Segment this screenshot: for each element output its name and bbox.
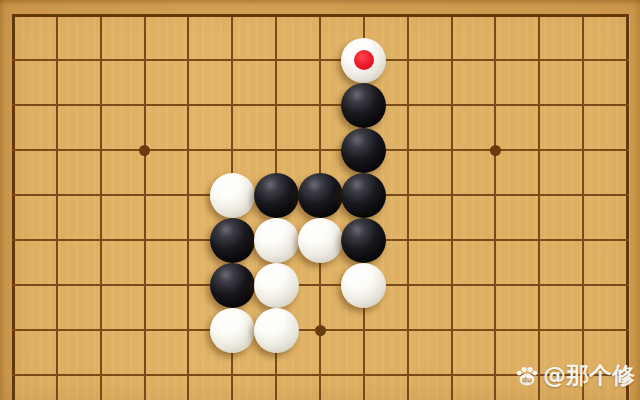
grid-vline [582,14,584,400]
star-point [315,325,326,336]
grid-vline [538,14,540,400]
stone-white [254,218,299,263]
star-point [139,145,150,156]
stone-white [254,308,299,353]
grid-vline [451,14,453,400]
last-move-marker [354,50,374,70]
stone-white [210,308,255,353]
grid-vline [187,14,189,400]
grid-vline [626,14,629,400]
stone-black [210,218,255,263]
stone-black [210,263,255,308]
stone-white [210,173,255,218]
grid-hline [12,14,629,17]
stone-black [341,83,386,128]
stone-black [254,173,299,218]
grid-vline [100,14,102,400]
grid-vline [12,14,15,400]
grid-hline [12,149,629,151]
go-board[interactable]: du @那个修 [0,0,640,400]
grid-vline [494,14,496,400]
grid-hline [12,59,629,61]
stone-black [341,173,386,218]
grid-hline [12,374,629,376]
stone-black [341,218,386,263]
stone-white [254,263,299,308]
stone-black [341,128,386,173]
grid-vline [407,14,409,400]
grid-vline [56,14,58,400]
grid-hline [12,104,629,106]
star-point [490,145,501,156]
grid-vline [144,14,146,400]
grid-hline [12,284,629,286]
stone-white [298,218,343,263]
stone-black [298,173,343,218]
stone-white-last-move [341,38,386,83]
stone-white [341,263,386,308]
